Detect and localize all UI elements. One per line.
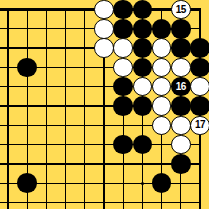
black-stone [171,154,191,174]
board-grid-vline [65,8,66,209]
black-stone [133,19,153,39]
white-stone [113,58,133,78]
black-stone: 16 [171,77,191,97]
black-stone [133,0,153,19]
black-stone [133,96,153,116]
white-stone [113,38,133,58]
white-stone [171,58,191,78]
white-stone [152,96,172,116]
black-stone [133,58,153,78]
black-stone [133,38,153,58]
white-stone [152,116,172,136]
white-stone [94,0,114,19]
board-grid-vline [7,8,8,209]
white-stone [152,58,172,78]
black-stone [17,58,37,78]
black-stone [113,135,133,155]
go-board-diagram[interactable]: 161517 [0,0,209,209]
white-stone [152,77,172,97]
white-stone [94,38,114,58]
white-stone [171,116,191,136]
white-stone [190,77,209,97]
black-stone [152,173,172,193]
black-stone [190,58,209,78]
white-stone [171,135,191,155]
black-stone [113,77,133,97]
black-stone [113,19,133,39]
star-point [141,182,144,185]
white-stone [152,38,172,58]
white-stone: 17 [190,116,209,136]
black-stone [190,96,209,116]
black-stone [171,38,191,58]
move-number-label: 17 [195,120,205,130]
board-grid-vline [46,8,47,209]
move-number-label: 15 [176,5,186,15]
black-stone [113,96,133,116]
board-grid-vline [84,8,85,209]
black-stone [113,0,133,19]
white-stone [94,19,114,39]
white-stone [133,77,153,97]
move-number-label: 16 [176,82,186,92]
black-stone [190,38,209,58]
black-stone [133,135,153,155]
black-stone [171,96,191,116]
black-stone [17,173,37,193]
black-stone [171,19,191,39]
white-stone: 15 [171,0,191,19]
board-grid-hline [0,202,201,203]
black-stone [152,19,172,39]
